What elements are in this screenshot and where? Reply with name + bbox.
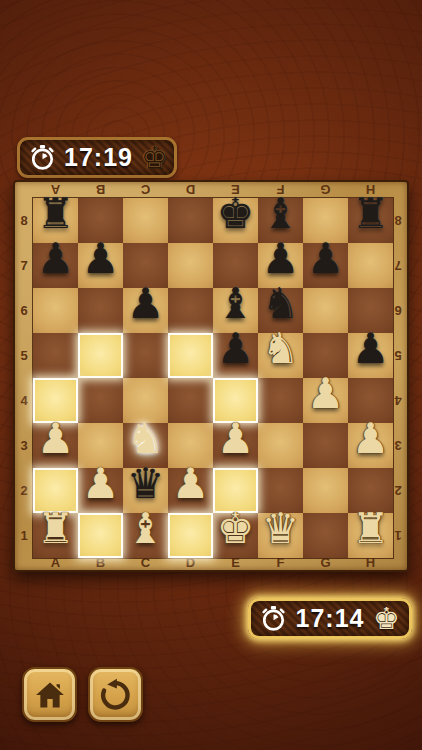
square-g7[interactable]: ♟ — [303, 243, 348, 288]
square-c8[interactable] — [123, 198, 168, 243]
black-king-e8[interactable]: ♚ — [213, 190, 258, 235]
black-pawn-a7[interactable]: ♟ — [33, 235, 78, 280]
restart-button[interactable] — [88, 667, 143, 722]
square-b1[interactable] — [78, 513, 123, 558]
square-e3[interactable]: ♟ — [213, 423, 258, 468]
black-timer-value: 17:19 — [64, 143, 133, 172]
black-pawn-h5[interactable]: ♟ — [348, 325, 393, 370]
coordinate-label: 2 — [15, 468, 33, 513]
coordinate-label: 6 — [15, 288, 33, 333]
white-timer-value: 17:14 — [295, 604, 365, 633]
square-h8[interactable]: ♜ — [348, 198, 393, 243]
square-b5[interactable] — [78, 333, 123, 378]
square-a1[interactable]: ♜ — [33, 513, 78, 558]
square-g3[interactable] — [303, 423, 348, 468]
square-d8[interactable] — [168, 198, 213, 243]
square-b6[interactable] — [78, 288, 123, 333]
black-pawn-c6[interactable]: ♟ — [123, 280, 168, 325]
coordinate-label: 3 — [15, 423, 33, 468]
square-h5[interactable]: ♟ — [348, 333, 393, 378]
restart-icon — [99, 678, 133, 712]
home-icon — [33, 678, 67, 712]
square-b4[interactable] — [78, 378, 123, 423]
white-pawn-g4[interactable]: ♟ — [303, 370, 348, 415]
rank-labels-left: 87654321 — [15, 198, 33, 558]
square-g4[interactable]: ♟ — [303, 378, 348, 423]
white-pawn-b2[interactable]: ♟ — [78, 460, 123, 505]
square-c1[interactable]: ♝ — [123, 513, 168, 558]
stopwatch-icon — [260, 605, 287, 632]
board-grid: ♜♚♝♜♟♟♟♟♟♝♞♟♞♟♟♟♞♟♟♟♛♟♜♝♚♛♜ — [33, 198, 393, 558]
black-pawn-f7[interactable]: ♟ — [258, 235, 303, 280]
square-d6[interactable] — [168, 288, 213, 333]
white-timer: 17:14 ♚ — [248, 598, 412, 639]
coordinate-label: D — [168, 182, 213, 198]
square-d5[interactable] — [168, 333, 213, 378]
coordinate-label: 1 — [15, 513, 33, 558]
black-king-icon: ♚ — [141, 143, 168, 173]
black-pawn-g7[interactable]: ♟ — [303, 235, 348, 280]
chess-board: ABCDEFGH ABCDEFGH 87654321 87654321 ♜♚♝♜… — [13, 180, 409, 572]
black-pawn-b7[interactable]: ♟ — [78, 235, 123, 280]
square-g6[interactable] — [303, 288, 348, 333]
black-knight-f6[interactable]: ♞ — [258, 280, 303, 325]
square-d1[interactable] — [168, 513, 213, 558]
white-queen-f1[interactable]: ♛ — [258, 505, 303, 550]
coordinate-label: C — [123, 182, 168, 198]
black-rook-a8[interactable]: ♜ — [33, 190, 78, 235]
square-d4[interactable] — [168, 378, 213, 423]
black-timer: 17:19 ♚ — [17, 137, 177, 178]
square-e5[interactable]: ♟ — [213, 333, 258, 378]
home-button[interactable] — [22, 667, 77, 722]
square-f3[interactable] — [258, 423, 303, 468]
black-rook-h8[interactable]: ♜ — [348, 190, 393, 235]
coordinate-label: 8 — [15, 198, 33, 243]
black-pawn-e5[interactable]: ♟ — [213, 325, 258, 370]
white-rook-a1[interactable]: ♜ — [33, 505, 78, 550]
square-b2[interactable]: ♟ — [78, 468, 123, 513]
white-pawn-a3[interactable]: ♟ — [33, 415, 78, 460]
white-pawn-d2[interactable]: ♟ — [168, 460, 213, 505]
square-c6[interactable]: ♟ — [123, 288, 168, 333]
square-f1[interactable]: ♛ — [258, 513, 303, 558]
square-d2[interactable]: ♟ — [168, 468, 213, 513]
white-bishop-c1[interactable]: ♝ — [123, 505, 168, 550]
square-g1[interactable] — [303, 513, 348, 558]
square-c5[interactable] — [123, 333, 168, 378]
white-king-icon: ♚ — [373, 604, 400, 634]
black-bishop-f8[interactable]: ♝ — [258, 190, 303, 235]
square-e1[interactable]: ♚ — [213, 513, 258, 558]
square-a6[interactable] — [33, 288, 78, 333]
chess-app-screen: 17:19 ♚ ABCDEFGH ABCDEFGH 87654321 87654… — [0, 0, 422, 750]
white-pawn-e3[interactable]: ♟ — [213, 415, 258, 460]
square-b7[interactable]: ♟ — [78, 243, 123, 288]
coordinate-label: 5 — [15, 333, 33, 378]
square-h3[interactable]: ♟ — [348, 423, 393, 468]
square-f5[interactable]: ♞ — [258, 333, 303, 378]
square-g2[interactable] — [303, 468, 348, 513]
square-a7[interactable]: ♟ — [33, 243, 78, 288]
white-knight-c3[interactable]: ♞ — [123, 415, 168, 460]
white-pawn-h3[interactable]: ♟ — [348, 415, 393, 460]
coordinate-label: 7 — [15, 243, 33, 288]
square-h7[interactable] — [348, 243, 393, 288]
stopwatch-icon — [29, 144, 56, 171]
square-h1[interactable]: ♜ — [348, 513, 393, 558]
white-knight-f5[interactable]: ♞ — [258, 325, 303, 370]
black-queen-c2[interactable]: ♛ — [123, 460, 168, 505]
coordinate-label: B — [78, 182, 123, 198]
black-bishop-e6[interactable]: ♝ — [213, 280, 258, 325]
square-a3[interactable]: ♟ — [33, 423, 78, 468]
white-king-e1[interactable]: ♚ — [213, 505, 258, 550]
square-a5[interactable] — [33, 333, 78, 378]
coordinate-label: G — [303, 182, 348, 198]
square-f4[interactable] — [258, 378, 303, 423]
white-rook-h1[interactable]: ♜ — [348, 505, 393, 550]
coordinate-label: 4 — [15, 378, 33, 423]
square-e8[interactable]: ♚ — [213, 198, 258, 243]
square-d7[interactable] — [168, 243, 213, 288]
